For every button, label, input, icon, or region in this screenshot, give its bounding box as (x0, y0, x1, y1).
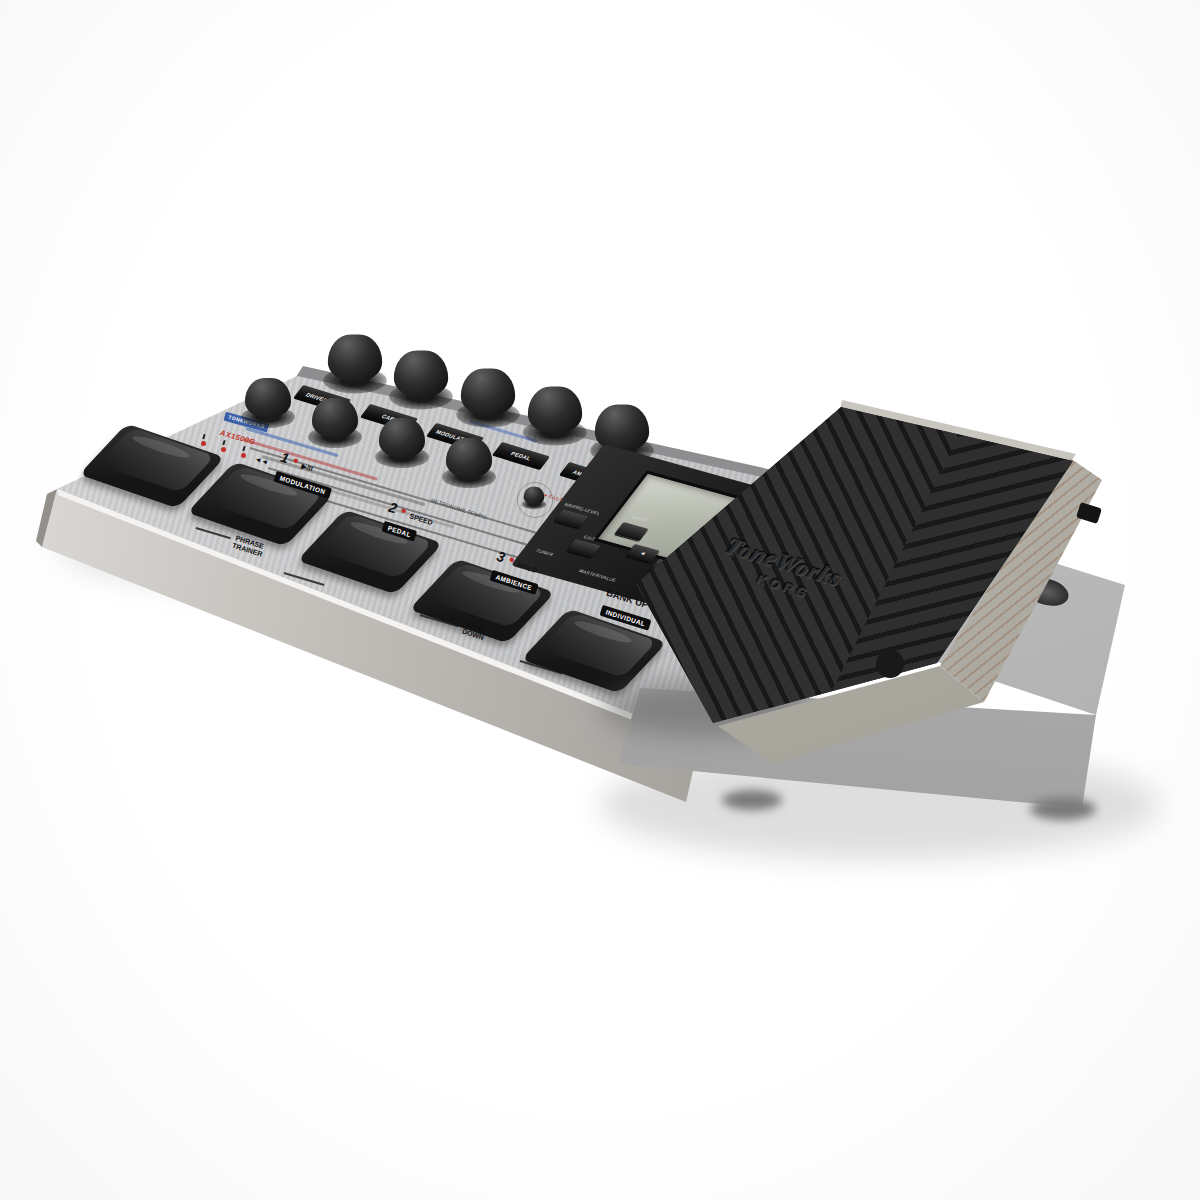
tuner-label: TUNER (535, 548, 555, 557)
exit-button[interactable] (566, 539, 600, 558)
red-led (241, 453, 246, 458)
pedal-plate-notch (876, 650, 904, 678)
red-led (201, 441, 206, 446)
product-photo-stage: TONEWORKS AX1500G DRIVE/AMP CABI MODULAT… (0, 0, 1200, 1200)
base-foot-shadow (1030, 798, 1096, 820)
master-value-label: MASTER/VALUE (578, 568, 618, 582)
nr-prg-level-button[interactable] (554, 509, 588, 528)
red-led (221, 447, 226, 452)
base-foot-shadow (722, 790, 782, 810)
